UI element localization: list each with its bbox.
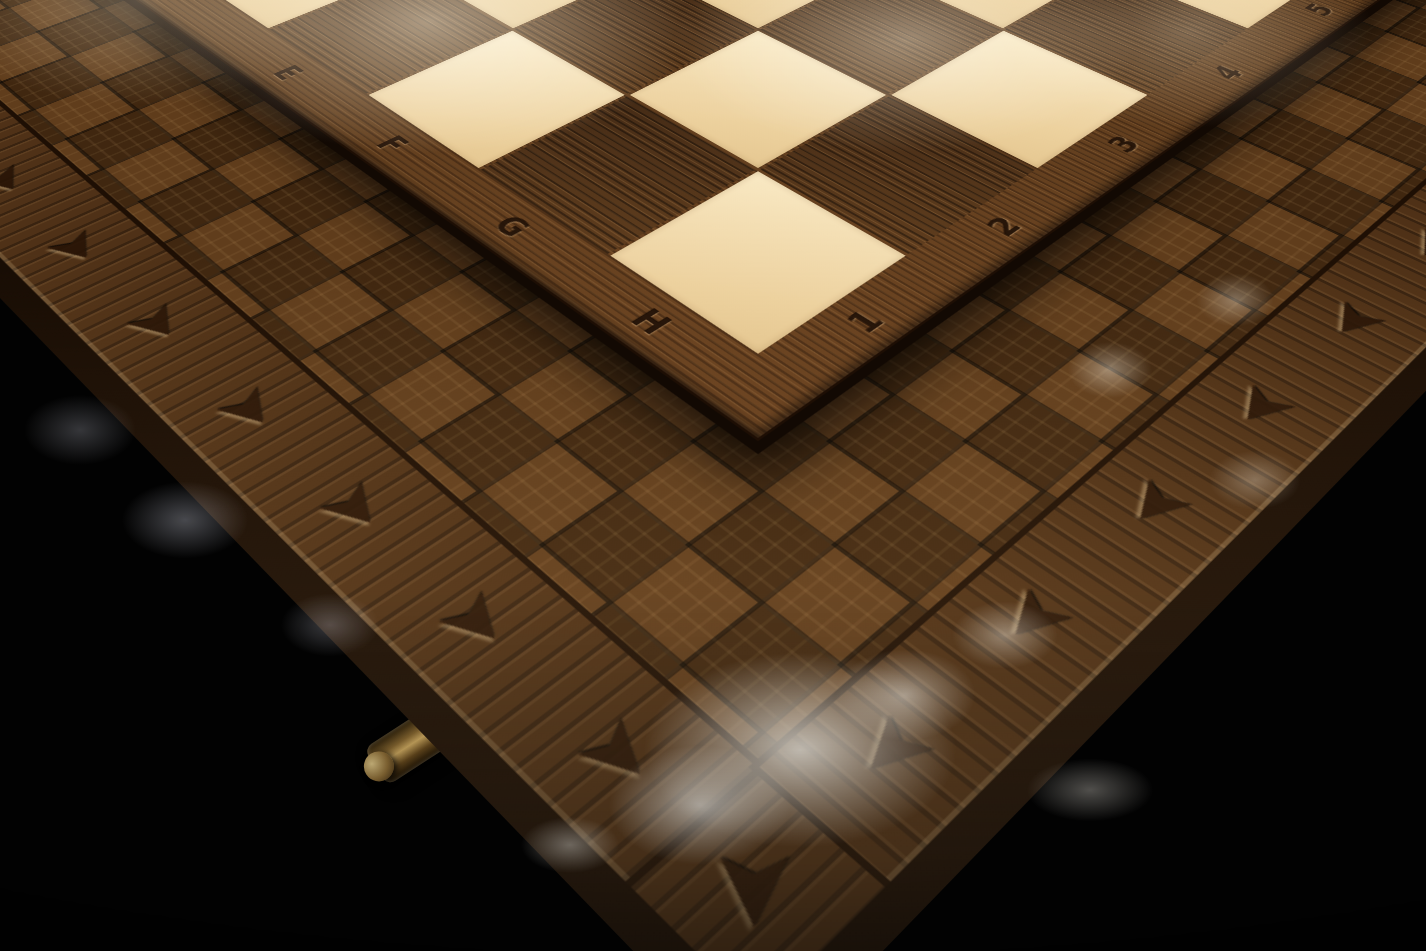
chess-box: ➤➤➤➤➤➤➤➤➤➤➤➤➤➤ ➤➤➤➤➤➤➤➤➤➤➤➤➤➤ ➤ EFGH 123… (0, 0, 1426, 951)
arrowhead-motif-icon: ➤ (35, 222, 120, 272)
arrowhead-motif-icon: ➤ (114, 294, 204, 351)
arrowhead-motif-icon: ➤ (983, 577, 1092, 663)
arrowhead-motif-icon: ➤ (203, 376, 299, 441)
arrowhead-motif-icon: ➤ (306, 469, 408, 543)
file-label-g: G (485, 210, 540, 242)
arrowhead-motif-icon: ➤ (1312, 294, 1402, 351)
arrowhead-motif-icon: ➤ (0, 157, 46, 202)
arrowhead-motif-icon: ➤ (562, 702, 680, 803)
arrowhead-motif-icon: ➤ (1108, 469, 1210, 543)
photo-of-chess-box: ➤➤➤➤➤➤➤➤➤➤➤➤➤➤ ➤➤➤➤➤➤➤➤➤➤➤➤➤➤ ➤ EFGH 123… (0, 0, 1426, 951)
arrowhead-motif-icon: ➤ (837, 702, 955, 803)
scene-3d: ➤➤➤➤➤➤➤➤➤➤➤➤➤➤ ➤➤➤➤➤➤➤➤➤➤➤➤➤➤ ➤ EFGH 123… (0, 0, 1426, 951)
rank-label-3: 3 (1099, 131, 1148, 157)
arrowhead-motif-icon: ➤ (1217, 376, 1313, 441)
rank-label-1: 1 (837, 304, 892, 339)
file-label-e: E (265, 61, 311, 84)
rank-label-4: 4 (1205, 61, 1252, 84)
rank-label-2: 2 (978, 211, 1030, 241)
arrowhead-motif-icon: ➤ (702, 845, 815, 931)
rank-label-5: 5 (1297, 0, 1341, 20)
file-label-f: F (368, 131, 417, 157)
file-label-h: H (622, 303, 681, 341)
arrowhead-motif-icon: ➤ (424, 577, 533, 663)
arrowhead-motif-icon: ➤ (1396, 222, 1426, 272)
